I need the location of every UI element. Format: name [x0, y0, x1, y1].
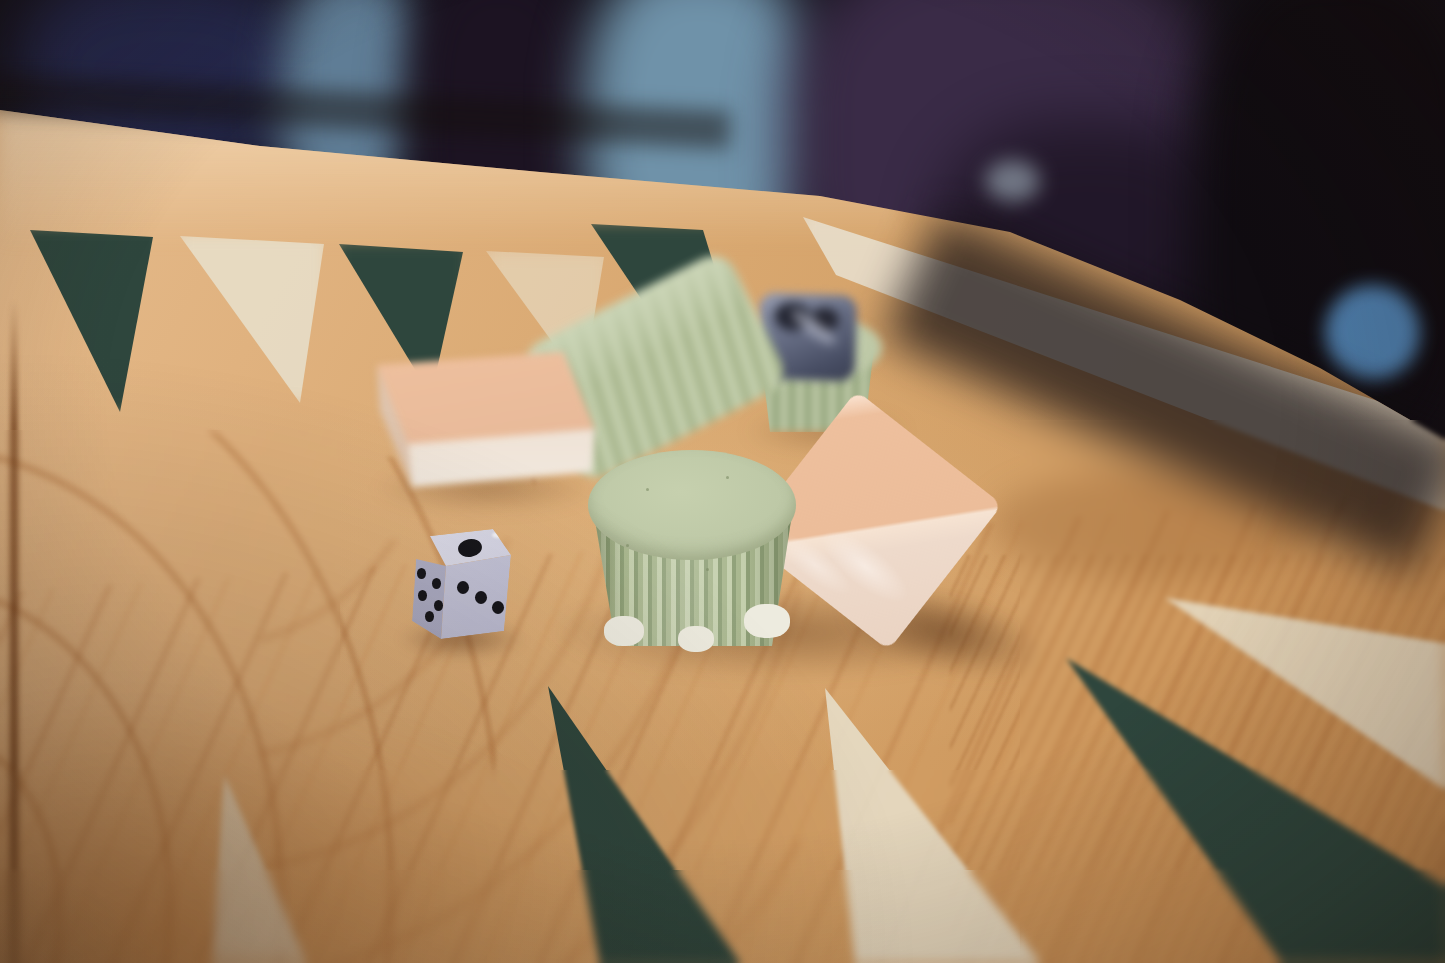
die1-left-pip [425, 611, 434, 622]
peach-block-left [370, 350, 595, 496]
die1-right-pip [475, 591, 487, 604]
die-1-in-focus [408, 526, 516, 648]
green-cup-center-white-base-2 [678, 626, 714, 652]
photo-backgammon-scene [0, 0, 1445, 963]
cup-speckle [646, 488, 649, 491]
blue-bokeh-highlight [1325, 285, 1420, 380]
die1-right-pip [457, 581, 469, 594]
die1-left-pip [418, 590, 427, 601]
pale-bokeh-highlight [985, 160, 1040, 202]
green-cup-center-top [588, 450, 796, 560]
green-cup-center-white-base-1 [604, 616, 644, 646]
green-cup-center-white-base-3 [744, 604, 790, 638]
far-point-cream-2 [172, 228, 332, 408]
board-seam-line [10, 300, 18, 963]
cup-speckle [706, 568, 709, 571]
die1-left-pip [432, 578, 441, 589]
die1-highlight [492, 532, 504, 538]
die1-left-pip [434, 600, 443, 611]
die1-left-pip [417, 568, 426, 579]
die1-body [408, 526, 516, 648]
far-point-green-1 [18, 222, 168, 417]
die1-right-pip [492, 601, 504, 614]
green-cup-center [586, 448, 800, 654]
cup-speckle [726, 476, 729, 479]
cup-speckle [626, 544, 629, 547]
